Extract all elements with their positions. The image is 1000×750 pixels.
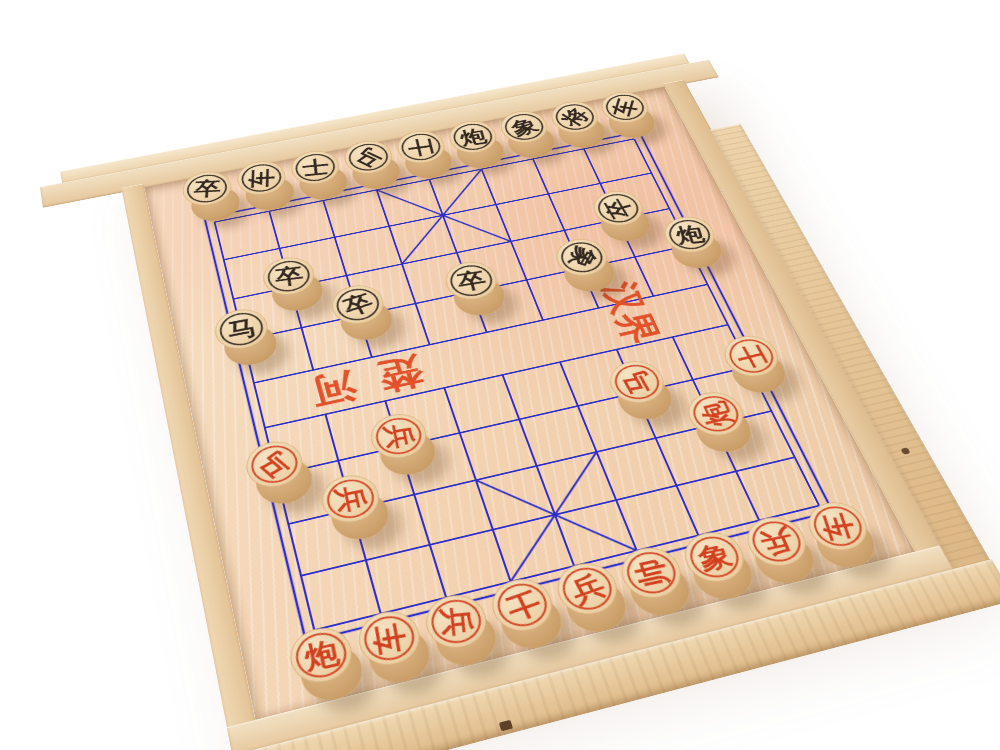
piece-character: 炮 bbox=[673, 223, 706, 245]
piece-red-horse[interactable]: 马 bbox=[244, 447, 309, 503]
piece-red-soldier[interactable]: 兵 bbox=[367, 420, 433, 474]
piece-character: 卒 bbox=[455, 268, 488, 293]
piece-red-advisor[interactable]: 士 bbox=[715, 342, 784, 392]
piece-character: 兵 bbox=[332, 483, 368, 514]
piece-black-horse-tray[interactable]: 马 bbox=[341, 148, 398, 188]
piece-character: 炮 bbox=[302, 637, 341, 673]
piece-character: 兵 bbox=[438, 605, 474, 637]
piece-red-cannon[interactable]: 炮 bbox=[679, 398, 749, 451]
piece-black-soldier[interactable]: 卒 bbox=[441, 269, 503, 315]
piece-character: 士 bbox=[406, 136, 436, 157]
piece-black-elephant[interactable]: 象 bbox=[550, 246, 613, 291]
piece-character: 卒 bbox=[273, 264, 304, 288]
piece-red-chariot-tray[interactable]: 车 bbox=[354, 615, 427, 681]
piece-character: 帅 bbox=[631, 556, 672, 590]
piece-black-soldier-tray[interactable]: 卒 bbox=[182, 179, 238, 221]
piece-character: 士 bbox=[301, 157, 329, 178]
piece-character: 车 bbox=[818, 511, 858, 541]
piece-black-horse[interactable]: 马 bbox=[213, 316, 273, 365]
piece-red-soldier[interactable]: 兵 bbox=[318, 481, 386, 539]
piece-black-chariot-tray[interactable]: 车 bbox=[235, 169, 291, 210]
piece-red-advisor-tray[interactable]: 士 bbox=[485, 583, 559, 647]
piece-black-soldier[interactable]: 卒 bbox=[328, 292, 389, 339]
piece-black-advisor-tray[interactable]: 士 bbox=[393, 139, 450, 179]
piece-black-soldier[interactable]: 卒 bbox=[261, 264, 320, 310]
piece-red-horse[interactable]: 马 bbox=[602, 367, 670, 418]
wooden-box-tray: 楚河 汉界 卒车士马士炮象将车炮车兵士兵帅象兵车卒卒马卒卒象炮马兵马士兵炮 bbox=[119, 68, 956, 750]
piece-character: 马 bbox=[225, 316, 258, 342]
piece-black-advisor-tray[interactable]: 士 bbox=[289, 159, 345, 200]
piece-black-cannon[interactable]: 炮 bbox=[657, 224, 720, 268]
piece-red-soldier-tray[interactable]: 兵 bbox=[420, 599, 493, 664]
piece-character: 车 bbox=[370, 621, 408, 656]
piece-black-soldier[interactable]: 卒 bbox=[587, 198, 649, 241]
piece-character: 兵 bbox=[381, 422, 416, 451]
product-photo-scene: 楚河 汉界 卒车士马士炮象将车炮车兵士兵帅象兵车卒卒马卒卒象炮马兵马士兵炮 bbox=[0, 0, 1000, 750]
piece-character: 车 bbox=[248, 168, 275, 188]
piece-black-cannon-tray[interactable]: 炮 bbox=[445, 129, 502, 168]
piece-character: 卒 bbox=[193, 179, 221, 199]
piece-character: 炮 bbox=[458, 126, 489, 147]
piece-red-cannon-tray[interactable]: 炮 bbox=[287, 632, 359, 699]
